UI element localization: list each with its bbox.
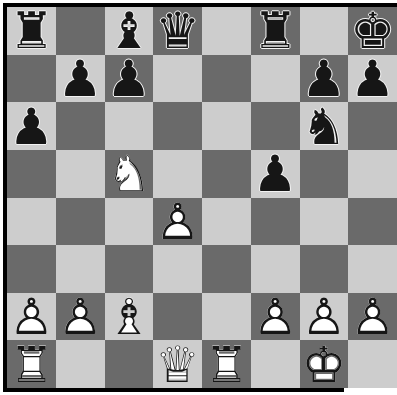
white-piece-outline: ♙ [251, 293, 300, 341]
white-piece-outline: ♖ [202, 340, 251, 388]
square-g2[interactable]: ♟♙ [300, 293, 349, 341]
black-piece-glyph: ♚ [348, 7, 397, 55]
piece-black-rook: ♜ [251, 7, 300, 55]
square-f5[interactable]: ♟ [251, 150, 300, 198]
piece-black-king: ♚ [348, 7, 397, 55]
piece-black-pawn: ♟ [7, 102, 56, 150]
square-g4[interactable] [300, 198, 349, 246]
square-a3[interactable] [7, 245, 56, 293]
square-d8[interactable]: ♛ [153, 7, 202, 55]
piece-white-pawn: ♟♙ [7, 293, 56, 341]
white-piece-outline: ♗ [105, 293, 154, 341]
white-piece-outline: ♔ [300, 340, 349, 388]
square-d1[interactable]: ♛♕ [153, 340, 202, 388]
square-b2[interactable]: ♟♙ [56, 293, 105, 341]
square-e4[interactable] [202, 198, 251, 246]
square-b6[interactable] [56, 102, 105, 150]
white-piece-outline: ♘ [105, 150, 154, 198]
square-h6[interactable] [348, 102, 397, 150]
piece-black-pawn: ♟ [56, 55, 105, 103]
square-g3[interactable] [300, 245, 349, 293]
square-c8[interactable]: ♝ [105, 7, 154, 55]
chess-diagram: ♜♝♛♜♚♟♟♟♟♟♞♞♘♟♟♙♟♙♟♙♝♗♟♙♟♙♟♙♜♖♛♕♜♖♚♔ [0, 0, 397, 395]
piece-white-rook: ♜♖ [202, 340, 251, 388]
square-d5[interactable] [153, 150, 202, 198]
square-b8[interactable] [56, 7, 105, 55]
square-d2[interactable] [153, 293, 202, 341]
square-c2[interactable]: ♝♗ [105, 293, 154, 341]
piece-white-pawn: ♟♙ [251, 293, 300, 341]
black-piece-glyph: ♟ [7, 102, 56, 150]
square-h3[interactable] [348, 245, 397, 293]
piece-white-knight: ♞♘ [105, 150, 154, 198]
square-c6[interactable] [105, 102, 154, 150]
black-piece-glyph: ♜ [251, 7, 300, 55]
square-f1[interactable] [251, 340, 300, 388]
piece-white-queen: ♛♕ [153, 340, 202, 388]
square-a7[interactable] [7, 55, 56, 103]
square-h8[interactable]: ♚ [348, 7, 397, 55]
square-h1[interactable] [348, 340, 397, 388]
square-g6[interactable]: ♞ [300, 102, 349, 150]
black-piece-glyph: ♛ [153, 7, 202, 55]
square-c7[interactable]: ♟ [105, 55, 154, 103]
square-h2[interactable]: ♟♙ [348, 293, 397, 341]
square-h7[interactable]: ♟ [348, 55, 397, 103]
square-f8[interactable]: ♜ [251, 7, 300, 55]
square-g7[interactable]: ♟ [300, 55, 349, 103]
square-c3[interactable] [105, 245, 154, 293]
piece-black-rook: ♜ [7, 7, 56, 55]
square-a5[interactable] [7, 150, 56, 198]
black-piece-glyph: ♝ [105, 7, 154, 55]
square-d4[interactable]: ♟♙ [153, 198, 202, 246]
piece-white-rook: ♜♖ [7, 340, 56, 388]
black-piece-glyph: ♟ [251, 150, 300, 198]
black-piece-glyph: ♟ [348, 55, 397, 103]
piece-white-bishop: ♝♗ [105, 293, 154, 341]
square-c5[interactable]: ♞♘ [105, 150, 154, 198]
square-f3[interactable] [251, 245, 300, 293]
piece-white-pawn: ♟♙ [300, 293, 349, 341]
black-piece-glyph: ♟ [105, 55, 154, 103]
white-piece-outline: ♖ [7, 340, 56, 388]
square-g1[interactable]: ♚♔ [300, 340, 349, 388]
piece-black-queen: ♛ [153, 7, 202, 55]
white-piece-outline: ♙ [56, 293, 105, 341]
square-a6[interactable]: ♟ [7, 102, 56, 150]
square-c4[interactable] [105, 198, 154, 246]
square-h5[interactable] [348, 150, 397, 198]
piece-white-king: ♚♔ [300, 340, 349, 388]
white-piece-outline: ♙ [348, 293, 397, 341]
piece-black-pawn: ♟ [105, 55, 154, 103]
chessboard: ♜♝♛♜♚♟♟♟♟♟♞♞♘♟♟♙♟♙♟♙♝♗♟♙♟♙♟♙♜♖♛♕♜♖♚♔ [7, 7, 397, 388]
square-c1[interactable] [105, 340, 154, 388]
square-h4[interactable] [348, 198, 397, 246]
square-e2[interactable] [202, 293, 251, 341]
black-piece-glyph: ♜ [7, 7, 56, 55]
piece-black-pawn: ♟ [251, 150, 300, 198]
square-g5[interactable] [300, 150, 349, 198]
square-e5[interactable] [202, 150, 251, 198]
piece-black-knight: ♞ [300, 102, 349, 150]
square-e7[interactable] [202, 55, 251, 103]
piece-white-pawn: ♟♙ [56, 293, 105, 341]
black-piece-glyph: ♟ [56, 55, 105, 103]
square-g8[interactable] [300, 7, 349, 55]
piece-white-pawn: ♟♙ [348, 293, 397, 341]
square-b3[interactable] [56, 245, 105, 293]
piece-black-pawn: ♟ [300, 55, 349, 103]
square-e1[interactable]: ♜♖ [202, 340, 251, 388]
square-d6[interactable] [153, 102, 202, 150]
square-a8[interactable]: ♜ [7, 7, 56, 55]
square-b4[interactable] [56, 198, 105, 246]
square-d7[interactable] [153, 55, 202, 103]
square-d3[interactable] [153, 245, 202, 293]
piece-black-bishop: ♝ [105, 7, 154, 55]
piece-white-pawn: ♟♙ [153, 198, 202, 246]
square-b7[interactable]: ♟ [56, 55, 105, 103]
white-piece-outline: ♙ [7, 293, 56, 341]
square-e8[interactable] [202, 7, 251, 55]
white-piece-outline: ♙ [153, 198, 202, 246]
square-f6[interactable] [251, 102, 300, 150]
square-f2[interactable]: ♟♙ [251, 293, 300, 341]
square-b1[interactable] [56, 340, 105, 388]
square-e3[interactable] [202, 245, 251, 293]
black-piece-glyph: ♟ [300, 55, 349, 103]
square-a4[interactable] [7, 198, 56, 246]
square-a1[interactable]: ♜♖ [7, 340, 56, 388]
white-piece-outline: ♕ [153, 340, 202, 388]
square-f4[interactable] [251, 198, 300, 246]
square-e6[interactable] [202, 102, 251, 150]
white-piece-outline: ♙ [300, 293, 349, 341]
square-f7[interactable] [251, 55, 300, 103]
square-b5[interactable] [56, 150, 105, 198]
piece-black-pawn: ♟ [348, 55, 397, 103]
square-a2[interactable]: ♟♙ [7, 293, 56, 341]
black-piece-glyph: ♞ [300, 102, 349, 150]
